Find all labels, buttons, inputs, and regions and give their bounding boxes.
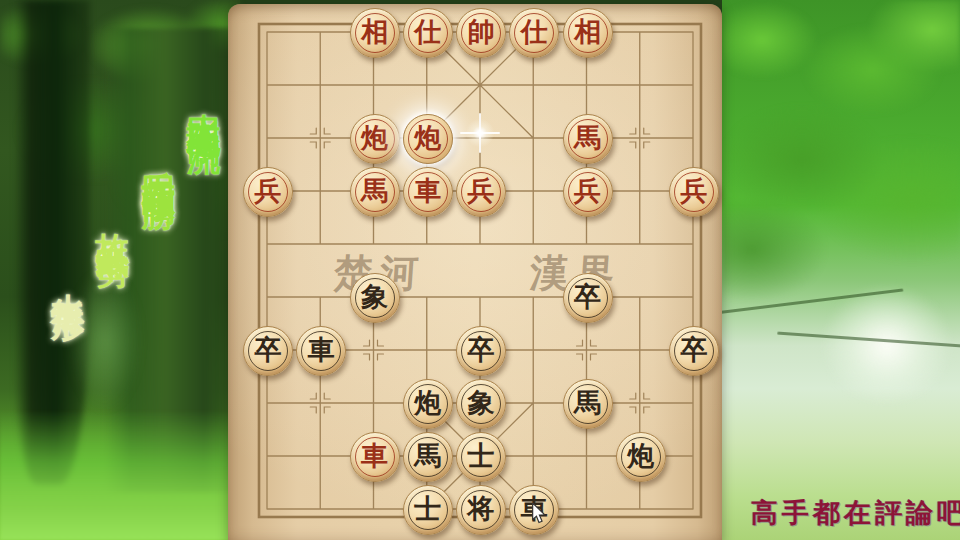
piece-character: 象 <box>361 284 388 311</box>
piece-character: 車 <box>414 178 441 205</box>
piece-character: 仕 <box>521 19 548 46</box>
piece-character: 炮 <box>361 125 388 152</box>
piece-red-cannon[interactable]: 炮 <box>403 114 453 164</box>
piece-black-cannon[interactable]: 炮 <box>616 432 666 482</box>
calligraphy-column-2: 兵因敵而制勝 <box>135 144 181 174</box>
piece-black-chariot[interactable]: 車 <box>296 326 346 376</box>
piece-character: 兵 <box>255 178 282 205</box>
piece-character: 車 <box>308 337 335 364</box>
piece-character: 馬 <box>574 125 601 152</box>
piece-red-soldier[interactable]: 兵 <box>563 167 613 217</box>
piece-black-soldier[interactable]: 卒 <box>669 326 719 376</box>
piece-character: 馬 <box>361 178 388 205</box>
piece-black-cannon[interactable]: 炮 <box>403 379 453 429</box>
piece-character: 卒 <box>681 337 708 364</box>
piece-red-general[interactable]: 帥 <box>456 8 506 58</box>
piece-character: 馬 <box>574 390 601 417</box>
piece-character: 兵 <box>574 178 601 205</box>
piece-black-elephant[interactable]: 象 <box>456 379 506 429</box>
move-sparkle-effect <box>458 111 502 155</box>
piece-character: 相 <box>574 19 601 46</box>
piece-red-cannon[interactable]: 炮 <box>350 114 400 164</box>
calligraphy-column-3: 故兵無常勢 <box>89 206 135 231</box>
piece-character: 仕 <box>414 19 441 46</box>
piece-character: 炮 <box>627 443 654 470</box>
piece-character: 馬 <box>414 443 441 470</box>
piece-black-soldier[interactable]: 卒 <box>243 326 293 376</box>
piece-red-elephant[interactable]: 相 <box>563 8 613 58</box>
piece-character: 炮 <box>414 390 441 417</box>
piece-red-horse[interactable]: 馬 <box>350 167 400 217</box>
piece-red-advisor[interactable]: 仕 <box>403 8 453 58</box>
ticker-partial-char: 吧 <box>937 498 960 528</box>
piece-red-elephant[interactable]: 相 <box>350 8 400 58</box>
piece-character: 将 <box>468 496 495 523</box>
piece-black-horse[interactable]: 馬 <box>403 432 453 482</box>
piece-character: 卒 <box>255 337 282 364</box>
piece-black-advisor[interactable]: 士 <box>456 432 506 482</box>
piece-character: 卒 <box>574 284 601 311</box>
piece-character: 士 <box>414 496 441 523</box>
piece-character: 相 <box>361 19 388 46</box>
piece-red-soldier[interactable]: 兵 <box>243 167 293 217</box>
piece-character: 卒 <box>468 337 495 364</box>
piece-black-elephant[interactable]: 象 <box>350 273 400 323</box>
comment-ticker: 高手都在評論吧 <box>751 495 960 531</box>
piece-black-soldier[interactable]: 卒 <box>456 326 506 376</box>
piece-black-soldier[interactable]: 卒 <box>563 273 613 323</box>
ticker-text: 高手都在評論 <box>751 498 937 528</box>
piece-character: 炮 <box>414 125 441 152</box>
piece-red-chariot[interactable]: 車 <box>350 432 400 482</box>
piece-red-soldier[interactable]: 兵 <box>669 167 719 217</box>
piece-character: 象 <box>468 390 495 417</box>
piece-black-horse[interactable]: 馬 <box>563 379 613 429</box>
piece-red-chariot[interactable]: 車 <box>403 167 453 217</box>
mouse-cursor <box>531 503 549 525</box>
game-screen: 水因地而制流 兵因敵而制勝 故兵無常勢 水無常形 楚河 漢界 相仕帥仕相炮炮馬兵… <box>0 0 960 540</box>
piece-character: 兵 <box>468 178 495 205</box>
calligraphy-column-4: 水無常形 <box>44 266 90 286</box>
piece-character: 兵 <box>681 178 708 205</box>
piece-character: 士 <box>468 443 495 470</box>
piece-red-soldier[interactable]: 兵 <box>456 167 506 217</box>
piece-red-advisor[interactable]: 仕 <box>509 8 559 58</box>
piece-black-advisor[interactable]: 士 <box>403 485 453 535</box>
piece-black-general[interactable]: 将 <box>456 485 506 535</box>
piece-red-horse[interactable]: 馬 <box>563 114 613 164</box>
piece-character: 車 <box>361 443 388 470</box>
calligraphy-column-1: 水因地而制流 <box>180 86 226 116</box>
piece-character: 帥 <box>468 19 495 46</box>
